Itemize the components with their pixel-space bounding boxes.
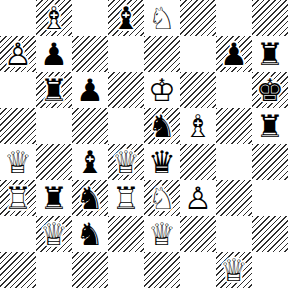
white-bishop: ♝♗ xyxy=(180,108,216,144)
square-b3[interactable]: ♜ xyxy=(36,180,72,216)
chess-board: ♝♗♝♞♘♟♙♟♟♜♜♟♚♔♚♞♝♗♜♛♕♝♛♕♛♜♖♜♞♜♖♞♘♟♙♛♕♞♛♕… xyxy=(0,0,288,288)
piece-glyph-fill: ♞ xyxy=(144,108,180,144)
black-pawn: ♟ xyxy=(216,36,252,72)
black-rook: ♜ xyxy=(252,36,288,72)
black-knight: ♞ xyxy=(144,108,180,144)
square-a7[interactable]: ♟♙ xyxy=(0,36,36,72)
piece-glyph-fill: ♜ xyxy=(252,36,288,72)
square-b8[interactable]: ♝♗ xyxy=(36,0,72,36)
piece-glyph-outline: ♘ xyxy=(144,180,180,216)
black-rook: ♜ xyxy=(36,180,72,216)
square-h7[interactable]: ♜ xyxy=(252,36,288,72)
square-f2[interactable] xyxy=(180,216,216,252)
square-f6[interactable] xyxy=(180,72,216,108)
black-pawn: ♟ xyxy=(36,36,72,72)
square-f1[interactable] xyxy=(180,252,216,288)
white-queen: ♛♕ xyxy=(144,216,180,252)
square-d6[interactable] xyxy=(108,72,144,108)
square-d5[interactable] xyxy=(108,108,144,144)
piece-glyph-fill: ♛ xyxy=(144,144,180,180)
piece-glyph-outline: ♗ xyxy=(180,108,216,144)
piece-glyph-fill: ♞ xyxy=(72,216,108,252)
square-h1[interactable] xyxy=(252,252,288,288)
piece-glyph-fill: ♝ xyxy=(72,144,108,180)
white-queen: ♛♕ xyxy=(0,144,36,180)
square-d4[interactable]: ♛♕ xyxy=(108,144,144,180)
white-knight: ♞♘ xyxy=(144,180,180,216)
square-c7[interactable] xyxy=(72,36,108,72)
square-a6[interactable] xyxy=(0,72,36,108)
piece-glyph-fill: ♟ xyxy=(216,36,252,72)
black-pawn: ♟ xyxy=(72,72,108,108)
black-knight: ♞ xyxy=(72,180,108,216)
square-h2[interactable] xyxy=(252,216,288,252)
black-king: ♚ xyxy=(252,72,288,108)
square-c1[interactable] xyxy=(72,252,108,288)
square-d1[interactable] xyxy=(108,252,144,288)
white-knight: ♞♘ xyxy=(144,0,180,36)
black-bishop: ♝ xyxy=(72,144,108,180)
square-e1[interactable] xyxy=(144,252,180,288)
square-e6[interactable]: ♚♔ xyxy=(144,72,180,108)
piece-glyph-fill: ♝ xyxy=(108,0,144,36)
piece-glyph-outline: ♙ xyxy=(180,180,216,216)
square-e8[interactable]: ♞♘ xyxy=(144,0,180,36)
square-f7[interactable] xyxy=(180,36,216,72)
piece-glyph-fill: ♜ xyxy=(36,72,72,108)
square-c6[interactable]: ♟ xyxy=(72,72,108,108)
piece-glyph-fill: ♟ xyxy=(72,72,108,108)
square-a3[interactable]: ♜♖ xyxy=(0,180,36,216)
white-queen: ♛♕ xyxy=(108,144,144,180)
square-a4[interactable]: ♛♕ xyxy=(0,144,36,180)
piece-glyph-outline: ♕ xyxy=(144,216,180,252)
white-queen: ♛♕ xyxy=(36,216,72,252)
piece-glyph-outline: ♕ xyxy=(216,252,252,288)
piece-glyph-outline: ♕ xyxy=(0,144,36,180)
square-b7[interactable]: ♟ xyxy=(36,36,72,72)
white-king: ♚♔ xyxy=(144,72,180,108)
piece-glyph-outline: ♕ xyxy=(36,216,72,252)
square-e7[interactable] xyxy=(144,36,180,72)
square-g3[interactable] xyxy=(216,180,252,216)
white-pawn: ♟♙ xyxy=(0,36,36,72)
square-a5[interactable] xyxy=(0,108,36,144)
black-rook: ♜ xyxy=(36,72,72,108)
square-h6[interactable]: ♚ xyxy=(252,72,288,108)
square-f8[interactable] xyxy=(180,0,216,36)
square-g7[interactable]: ♟ xyxy=(216,36,252,72)
square-c3[interactable]: ♞ xyxy=(72,180,108,216)
piece-glyph-outline: ♖ xyxy=(0,180,36,216)
black-queen: ♛ xyxy=(144,144,180,180)
square-d7[interactable] xyxy=(108,36,144,72)
square-g5[interactable] xyxy=(216,108,252,144)
white-pawn: ♟♙ xyxy=(180,180,216,216)
white-bishop: ♝♗ xyxy=(36,0,72,36)
square-h8[interactable] xyxy=(252,0,288,36)
piece-glyph-outline: ♘ xyxy=(144,0,180,36)
square-c4[interactable]: ♝ xyxy=(72,144,108,180)
square-h4[interactable] xyxy=(252,144,288,180)
piece-glyph-fill: ♞ xyxy=(72,180,108,216)
square-a1[interactable] xyxy=(0,252,36,288)
piece-glyph-outline: ♕ xyxy=(108,144,144,180)
square-b2[interactable]: ♛♕ xyxy=(36,216,72,252)
piece-glyph-outline: ♖ xyxy=(108,180,144,216)
square-g6[interactable] xyxy=(216,72,252,108)
square-f5[interactable]: ♝♗ xyxy=(180,108,216,144)
square-c8[interactable] xyxy=(72,0,108,36)
square-g8[interactable] xyxy=(216,0,252,36)
square-d3[interactable]: ♜♖ xyxy=(108,180,144,216)
square-c5[interactable] xyxy=(72,108,108,144)
piece-glyph-outline: ♗ xyxy=(36,0,72,36)
square-f4[interactable] xyxy=(180,144,216,180)
piece-glyph-outline: ♔ xyxy=(144,72,180,108)
square-e3[interactable]: ♞♘ xyxy=(144,180,180,216)
white-queen: ♛♕ xyxy=(216,252,252,288)
square-h3[interactable] xyxy=(252,180,288,216)
square-e4[interactable]: ♛ xyxy=(144,144,180,180)
square-a8[interactable] xyxy=(0,0,36,36)
square-e2[interactable]: ♛♕ xyxy=(144,216,180,252)
piece-glyph-fill: ♚ xyxy=(252,72,288,108)
piece-glyph-fill: ♜ xyxy=(36,180,72,216)
black-rook: ♜ xyxy=(252,108,288,144)
square-a2[interactable] xyxy=(0,216,36,252)
square-b5[interactable] xyxy=(36,108,72,144)
square-d8[interactable]: ♝ xyxy=(108,0,144,36)
white-rook: ♜♖ xyxy=(108,180,144,216)
white-rook: ♜♖ xyxy=(0,180,36,216)
piece-glyph-outline: ♙ xyxy=(0,36,36,72)
square-c2[interactable]: ♞ xyxy=(72,216,108,252)
black-knight: ♞ xyxy=(72,216,108,252)
square-h5[interactable]: ♜ xyxy=(252,108,288,144)
square-e5[interactable]: ♞ xyxy=(144,108,180,144)
square-f3[interactable]: ♟♙ xyxy=(180,180,216,216)
square-d2[interactable] xyxy=(108,216,144,252)
square-b6[interactable]: ♜ xyxy=(36,72,72,108)
square-g2[interactable] xyxy=(216,216,252,252)
square-b1[interactable] xyxy=(36,252,72,288)
square-g1[interactable]: ♛♕ xyxy=(216,252,252,288)
piece-glyph-fill: ♟ xyxy=(36,36,72,72)
square-b4[interactable] xyxy=(36,144,72,180)
black-bishop: ♝ xyxy=(108,0,144,36)
square-g4[interactable] xyxy=(216,144,252,180)
piece-glyph-fill: ♜ xyxy=(252,108,288,144)
